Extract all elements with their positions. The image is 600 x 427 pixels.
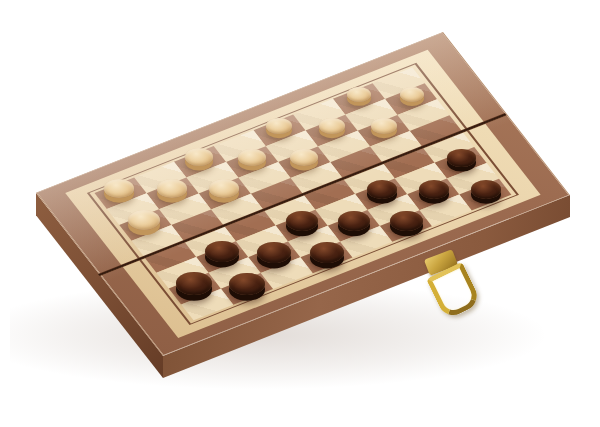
brass-clasp (418, 246, 478, 326)
product-photo-stage (0, 0, 600, 427)
